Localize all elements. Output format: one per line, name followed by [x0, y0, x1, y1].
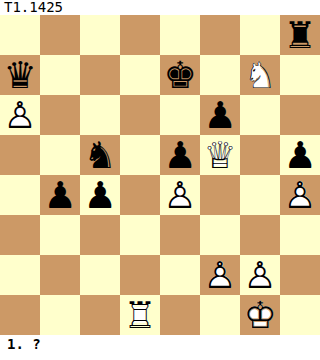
black-pawn: ♟ [160, 135, 200, 175]
square-f4[interactable] [200, 175, 240, 215]
square-f2[interactable]: ♟♙ [200, 255, 240, 295]
square-h3[interactable] [280, 215, 320, 255]
square-e2[interactable] [160, 255, 200, 295]
square-g7[interactable]: ♞♘ [240, 55, 280, 95]
puzzle-title: T1.1425 [4, 0, 63, 15]
black-knight: ♞ [80, 135, 120, 175]
square-c3[interactable] [80, 215, 120, 255]
black-pawn: ♟ [200, 95, 240, 135]
square-c4[interactable]: ♟ [80, 175, 120, 215]
square-a8[interactable] [0, 15, 40, 55]
square-b5[interactable] [40, 135, 80, 175]
square-e6[interactable] [160, 95, 200, 135]
white-king: ♚♔ [240, 295, 280, 335]
chess-board: ♜♛♚♞♘♟♙♟♞♟♛♕♟♟♟♟♙♟♙♟♙♟♙♜♖♚♔ [0, 15, 320, 335]
square-a6[interactable]: ♟♙ [0, 95, 40, 135]
square-h5[interactable]: ♟ [280, 135, 320, 175]
white-knight: ♞♘ [240, 55, 280, 95]
square-e1[interactable] [160, 295, 200, 335]
square-c6[interactable] [80, 95, 120, 135]
square-h8[interactable]: ♜ [280, 15, 320, 55]
square-f1[interactable] [200, 295, 240, 335]
square-c8[interactable] [80, 15, 120, 55]
square-e3[interactable] [160, 215, 200, 255]
square-g5[interactable] [240, 135, 280, 175]
square-f8[interactable] [200, 15, 240, 55]
white-pawn: ♟♙ [200, 255, 240, 295]
square-f7[interactable] [200, 55, 240, 95]
square-f3[interactable] [200, 215, 240, 255]
white-rook: ♜♖ [120, 295, 160, 335]
square-d1[interactable]: ♜♖ [120, 295, 160, 335]
square-h4[interactable]: ♟♙ [280, 175, 320, 215]
square-e4[interactable]: ♟♙ [160, 175, 200, 215]
square-b8[interactable] [40, 15, 80, 55]
square-h1[interactable] [280, 295, 320, 335]
move-prompt: 1. ? [7, 336, 41, 352]
white-pawn: ♟♙ [280, 175, 320, 215]
square-f6[interactable]: ♟ [200, 95, 240, 135]
square-c7[interactable] [80, 55, 120, 95]
square-b6[interactable] [40, 95, 80, 135]
square-c2[interactable] [80, 255, 120, 295]
square-c5[interactable]: ♞ [80, 135, 120, 175]
square-d4[interactable] [120, 175, 160, 215]
square-g4[interactable] [240, 175, 280, 215]
square-g1[interactable]: ♚♔ [240, 295, 280, 335]
square-b1[interactable] [40, 295, 80, 335]
black-king: ♚ [160, 55, 200, 95]
square-a4[interactable] [0, 175, 40, 215]
square-g2[interactable]: ♟♙ [240, 255, 280, 295]
black-rook: ♜ [280, 15, 320, 55]
square-d2[interactable] [120, 255, 160, 295]
square-b3[interactable] [40, 215, 80, 255]
black-pawn: ♟ [80, 175, 120, 215]
square-b4[interactable]: ♟ [40, 175, 80, 215]
black-queen: ♛ [0, 55, 40, 95]
square-e5[interactable]: ♟ [160, 135, 200, 175]
square-d5[interactable] [120, 135, 160, 175]
white-queen: ♛♕ [200, 135, 240, 175]
white-pawn: ♟♙ [160, 175, 200, 215]
square-h2[interactable] [280, 255, 320, 295]
square-g3[interactable] [240, 215, 280, 255]
square-c1[interactable] [80, 295, 120, 335]
square-a2[interactable] [0, 255, 40, 295]
white-pawn: ♟♙ [0, 95, 40, 135]
square-d7[interactable] [120, 55, 160, 95]
square-b2[interactable] [40, 255, 80, 295]
black-pawn: ♟ [40, 175, 80, 215]
square-f5[interactable]: ♛♕ [200, 135, 240, 175]
square-d6[interactable] [120, 95, 160, 135]
square-a3[interactable] [0, 215, 40, 255]
square-g6[interactable] [240, 95, 280, 135]
square-d3[interactable] [120, 215, 160, 255]
black-pawn: ♟ [280, 135, 320, 175]
square-g8[interactable] [240, 15, 280, 55]
square-e7[interactable]: ♚ [160, 55, 200, 95]
square-a5[interactable] [0, 135, 40, 175]
square-a7[interactable]: ♛ [0, 55, 40, 95]
square-h7[interactable] [280, 55, 320, 95]
square-d8[interactable] [120, 15, 160, 55]
white-pawn: ♟♙ [240, 255, 280, 295]
square-a1[interactable] [0, 295, 40, 335]
square-h6[interactable] [280, 95, 320, 135]
square-b7[interactable] [40, 55, 80, 95]
square-e8[interactable] [160, 15, 200, 55]
